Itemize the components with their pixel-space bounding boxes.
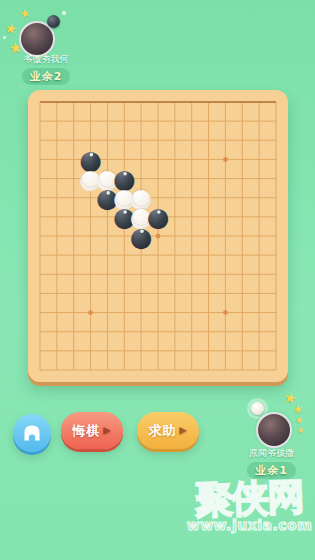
- player-top-rank-badge: 业余2: [0, 65, 92, 85]
- sparkle-icon: [3, 36, 6, 39]
- undo-label: 悔棋: [73, 422, 101, 440]
- board-svg: ●●●●●●●●●●●: [28, 90, 288, 382]
- star-decoration-icon: ★: [297, 427, 305, 436]
- player-bottom-rank-badge: 业余1: [228, 459, 315, 479]
- play-triangle-icon: ▶: [180, 426, 188, 435]
- home-button[interactable]: [13, 414, 51, 452]
- player-bottom-avatar[interactable]: [256, 412, 292, 448]
- white-stone-icon: [251, 402, 264, 415]
- svg-text:●: ●: [130, 222, 153, 252]
- star-point: [156, 234, 161, 239]
- help-button[interactable]: 求助▶: [137, 412, 199, 449]
- undo-button[interactable]: 悔棋▶: [61, 412, 123, 449]
- watermark: 聚侠网 www.juxia.com: [184, 476, 315, 533]
- star-decoration-icon: ★: [4, 21, 18, 36]
- black-stone: ●: [130, 222, 153, 252]
- black-stone-icon: [47, 15, 60, 28]
- watermark-title: 聚侠网: [183, 474, 315, 523]
- gomoku-board[interactable]: ●●●●●●●●●●●: [28, 90, 288, 382]
- star-point: [223, 310, 228, 315]
- game-screen: ★ ★ ★ 爷傲夯我何 业余2 ●●●●●●●●●●● 悔棋▶ 求助▶ ★ ★ …: [0, 0, 315, 560]
- star-decoration-icon: ★: [294, 415, 304, 426]
- watermark-url: www.juxia.com: [184, 517, 315, 533]
- help-label: 求助: [149, 422, 177, 440]
- star-point: [223, 157, 228, 162]
- star-decoration-icon: ★: [19, 7, 31, 20]
- star-point: [88, 310, 93, 315]
- play-triangle-icon: ▶: [104, 426, 112, 435]
- sparkle-icon: [62, 11, 66, 15]
- home-icon: [21, 422, 43, 444]
